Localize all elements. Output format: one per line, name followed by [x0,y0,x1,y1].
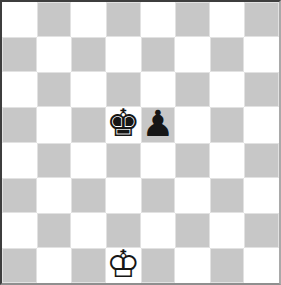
square-h7[interactable] [244,37,279,72]
square-e2[interactable] [141,213,176,248]
square-b3[interactable] [37,178,72,213]
square-d1[interactable]: ♔ [106,248,141,283]
square-a4[interactable] [2,143,37,178]
square-g8[interactable] [210,2,245,37]
square-e1[interactable] [141,248,176,283]
square-c7[interactable] [71,37,106,72]
square-g4[interactable] [210,143,245,178]
square-f2[interactable] [175,213,210,248]
square-d8[interactable] [106,2,141,37]
square-d4[interactable] [106,143,141,178]
square-d3[interactable] [106,178,141,213]
square-d5[interactable]: ♚ [106,107,141,142]
square-b5[interactable] [37,107,72,142]
square-g2[interactable] [210,213,245,248]
square-g6[interactable] [210,72,245,107]
square-b1[interactable] [37,248,72,283]
black-king-piece[interactable]: ♚ [106,106,140,141]
square-h5[interactable] [244,107,279,142]
square-b7[interactable] [37,37,72,72]
square-c3[interactable] [71,178,106,213]
square-c8[interactable] [71,2,106,37]
square-d7[interactable] [106,37,141,72]
square-f8[interactable] [175,2,210,37]
square-f1[interactable] [175,248,210,283]
square-f5[interactable] [175,107,210,142]
square-c4[interactable] [71,143,106,178]
square-e6[interactable] [141,72,176,107]
square-f3[interactable] [175,178,210,213]
square-g3[interactable] [210,178,245,213]
square-e5[interactable]: ♟ [141,107,176,142]
square-c1[interactable] [71,248,106,283]
square-g7[interactable] [210,37,245,72]
square-h1[interactable] [244,248,279,283]
square-h8[interactable] [244,2,279,37]
square-h4[interactable] [244,143,279,178]
square-e3[interactable] [141,178,176,213]
square-h2[interactable] [244,213,279,248]
square-b8[interactable] [37,2,72,37]
square-f6[interactable] [175,72,210,107]
square-a2[interactable] [2,213,37,248]
chessboard: ♚♟♔ [0,0,281,285]
square-a8[interactable] [2,2,37,37]
square-a6[interactable] [2,72,37,107]
square-e8[interactable] [141,2,176,37]
square-e4[interactable] [141,143,176,178]
square-a5[interactable] [2,107,37,142]
square-f7[interactable] [175,37,210,72]
square-h3[interactable] [244,178,279,213]
square-b4[interactable] [37,143,72,178]
board-grid: ♚♟♔ [2,2,279,283]
square-a3[interactable] [2,178,37,213]
white-king-piece[interactable]: ♔ [106,247,140,282]
square-h6[interactable] [244,72,279,107]
square-g1[interactable] [210,248,245,283]
square-c6[interactable] [71,72,106,107]
square-a7[interactable] [2,37,37,72]
square-b2[interactable] [37,213,72,248]
black-pawn-piece[interactable]: ♟ [142,106,174,141]
square-g5[interactable] [210,107,245,142]
square-c5[interactable] [71,107,106,142]
square-f4[interactable] [175,143,210,178]
square-b6[interactable] [37,72,72,107]
square-e7[interactable] [141,37,176,72]
square-a1[interactable] [2,248,37,283]
square-c2[interactable] [71,213,106,248]
